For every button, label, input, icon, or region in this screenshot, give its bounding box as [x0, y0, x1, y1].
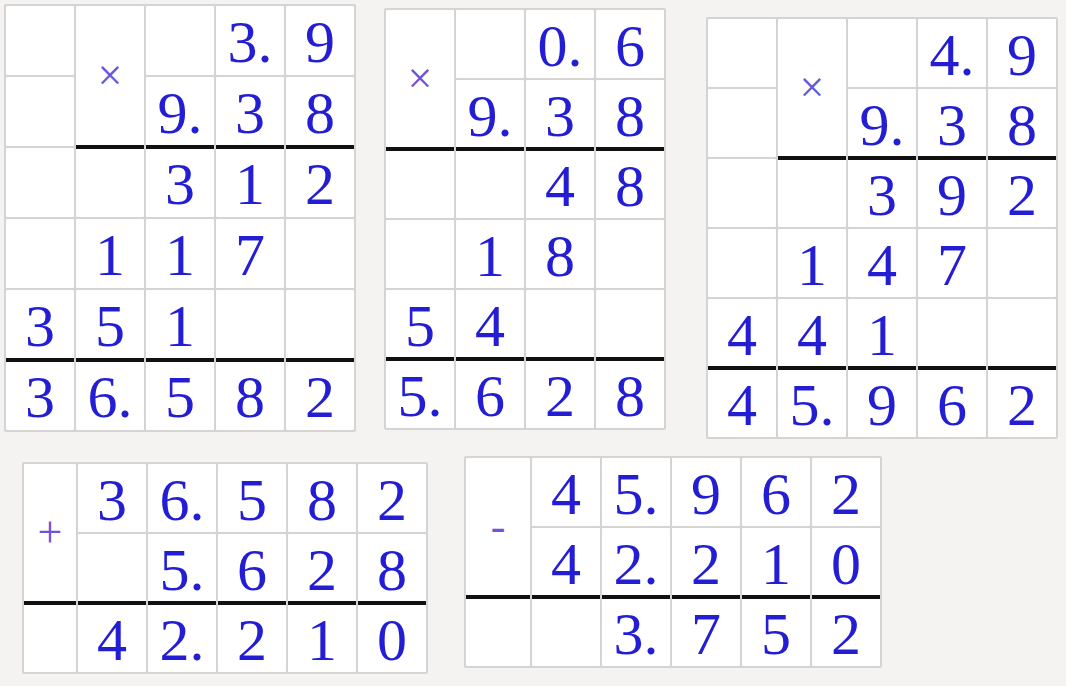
digit-cell: 9: [286, 6, 354, 75]
digit-cell: 9: [848, 369, 916, 437]
empty-cell: [778, 159, 846, 227]
digit-cell: 8: [596, 150, 664, 218]
empty-cell: [78, 534, 146, 602]
digit-cell: 1: [288, 604, 356, 672]
digit-cell: 4: [526, 150, 594, 218]
empty-cell: [456, 10, 524, 78]
digit-cell: 5: [742, 598, 810, 666]
digit-cell: 2: [218, 604, 286, 672]
digit-cell: 6: [218, 534, 286, 602]
digit-cell: 2: [672, 528, 740, 596]
digit-cell: 1: [848, 299, 916, 367]
empty-cell: [708, 229, 776, 297]
digit-cell: 4: [848, 229, 916, 297]
digit-cell: 4: [708, 369, 776, 437]
digit-cell: 5.: [778, 369, 846, 437]
digit-cell: 7: [918, 229, 986, 297]
digit-cell: 1: [146, 219, 214, 288]
digit-cell: 5: [146, 361, 214, 430]
digit-cell: 4: [708, 299, 776, 367]
digit-cell: 3: [216, 77, 284, 146]
digit-cell: 2: [988, 369, 1056, 437]
digit-cell: 2: [288, 534, 356, 602]
digit-cell: 5: [386, 290, 454, 358]
empty-cell: [146, 6, 214, 75]
digit-cell: 6: [918, 369, 986, 437]
addition-grid: +36.5825.62842.210: [22, 462, 428, 674]
digit-cell: 6.: [148, 464, 216, 532]
empty-cell: [708, 89, 776, 157]
digit-cell: 8: [288, 464, 356, 532]
empty-cell: [6, 77, 74, 146]
digit-cell: 0.: [526, 10, 594, 78]
digit-cell: 7: [216, 219, 284, 288]
empty-cell: [708, 159, 776, 227]
empty-cell: [6, 219, 74, 288]
digit-cell: 2: [526, 360, 594, 428]
digit-cell: 9: [672, 458, 740, 526]
digit-cell: 9.: [848, 89, 916, 157]
digit-cell: 1: [146, 290, 214, 359]
empty-cell: [596, 220, 664, 288]
empty-cell: [386, 150, 454, 218]
digit-cell: 1: [778, 229, 846, 297]
digit-cell: 2: [286, 361, 354, 430]
digit-cell: 9: [988, 19, 1056, 87]
digit-cell: 7: [672, 598, 740, 666]
digit-cell: 1: [76, 219, 144, 288]
digit-cell: 3.: [216, 6, 284, 75]
worksheet-page: ×3.99.3831211735136.582 ×0.69.384818545.…: [0, 0, 1066, 686]
empty-cell: [918, 299, 986, 367]
digit-cell: 1: [216, 148, 284, 217]
multiplication-grid-3: ×4.99.3839214744145.962: [706, 17, 1058, 439]
digit-cell: 5.: [602, 458, 670, 526]
digit-cell: 6: [456, 360, 524, 428]
digit-cell: 8: [216, 361, 284, 430]
digit-cell: 5.: [148, 534, 216, 602]
digit-cell: 2: [286, 148, 354, 217]
empty-cell: [6, 148, 74, 217]
empty-cell: [526, 290, 594, 358]
empty-cell: [596, 290, 664, 358]
digit-cell: 9.: [456, 80, 524, 148]
digit-cell: 3: [146, 148, 214, 217]
empty-cell: [532, 598, 600, 666]
digit-cell: 3: [6, 361, 74, 430]
empty-cell: [988, 229, 1056, 297]
digit-cell: 3: [848, 159, 916, 227]
digit-cell: 4: [778, 299, 846, 367]
digit-cell: 9: [918, 159, 986, 227]
digit-cell: 6: [596, 10, 664, 78]
multiplication-grid-1: ×3.99.3831211735136.582: [4, 4, 356, 432]
digit-cell: 3: [6, 290, 74, 359]
subtraction-grid: -45.96242.2103.752: [464, 456, 882, 668]
empty-cell: [466, 598, 530, 666]
digit-cell: 1: [742, 528, 810, 596]
empty-cell: [286, 290, 354, 359]
digit-cell: 2: [358, 464, 426, 532]
digit-cell: 2.: [602, 528, 670, 596]
digit-cell: 4: [532, 528, 600, 596]
digit-cell: 2: [812, 598, 880, 666]
digit-cell: 8: [596, 80, 664, 148]
digit-cell: 8: [526, 220, 594, 288]
digit-cell: 5.: [386, 360, 454, 428]
empty-cell: [848, 19, 916, 87]
digit-cell: 3.: [602, 598, 670, 666]
multiplication-grid-2: ×0.69.384818545.628: [384, 8, 666, 430]
digit-cell: 4: [456, 290, 524, 358]
digit-cell: 2.: [148, 604, 216, 672]
digit-cell: 5: [76, 290, 144, 359]
empty-cell: [286, 219, 354, 288]
digit-cell: 8: [358, 534, 426, 602]
operator-multiply-sign: ×: [778, 19, 846, 157]
digit-cell: 8: [596, 360, 664, 428]
digit-cell: 1: [456, 220, 524, 288]
empty-cell: [456, 150, 524, 218]
digit-cell: 9.: [146, 77, 214, 146]
empty-cell: [216, 290, 284, 359]
digit-cell: 4: [532, 458, 600, 526]
empty-cell: [6, 6, 74, 75]
digit-cell: 5: [218, 464, 286, 532]
digit-cell: 8: [286, 77, 354, 146]
empty-cell: [386, 220, 454, 288]
digit-cell: 4: [78, 604, 146, 672]
operator-multiply-sign: ×: [386, 10, 454, 148]
digit-cell: 0: [358, 604, 426, 672]
digit-cell: 0: [812, 528, 880, 596]
operator-multiply-sign: ×: [76, 6, 144, 146]
digit-cell: 6: [742, 458, 810, 526]
empty-cell: [708, 19, 776, 87]
digit-cell: 2: [812, 458, 880, 526]
digit-cell: 3: [526, 80, 594, 148]
empty-cell: [988, 299, 1056, 367]
operator-plus-sign: +: [24, 464, 76, 602]
empty-cell: [76, 148, 144, 217]
digit-cell: 6.: [76, 361, 144, 430]
digit-cell: 3: [78, 464, 146, 532]
digit-cell: 8: [988, 89, 1056, 157]
operator-minus-sign: -: [466, 458, 530, 596]
empty-cell: [24, 604, 76, 672]
digit-cell: 4.: [918, 19, 986, 87]
digit-cell: 2: [988, 159, 1056, 227]
digit-cell: 3: [918, 89, 986, 157]
